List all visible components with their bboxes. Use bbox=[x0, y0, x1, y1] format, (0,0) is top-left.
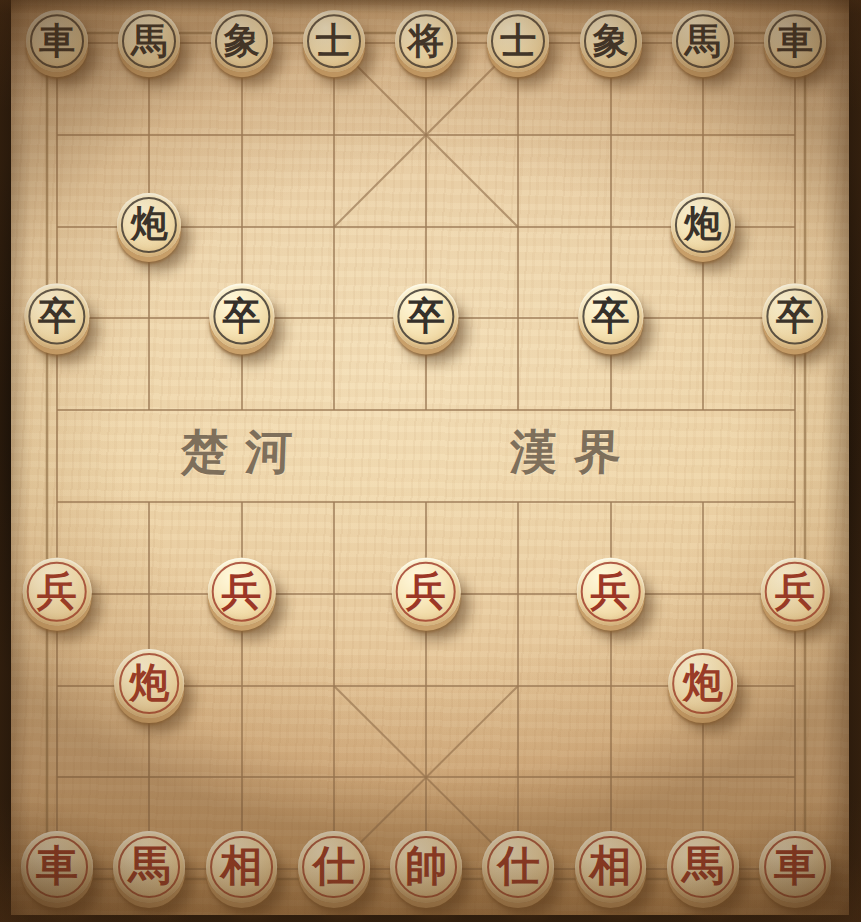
xiangqi-board-surface[interactable] bbox=[11, 0, 849, 915]
piece-red-soldier[interactable]: 兵 bbox=[207, 557, 276, 626]
screen: 楚河 漢界 車馬象士将士象馬車炮炮卒卒卒卒卒兵兵兵兵兵炮炮車馬相仕帥仕相馬車 bbox=[0, 0, 861, 922]
black-piece-glyph: 馬 bbox=[685, 22, 721, 58]
black-piece-glyph: 馬 bbox=[131, 22, 167, 58]
piece-red-advisor[interactable]: 仕 bbox=[298, 831, 370, 903]
piece-black-advisor[interactable]: 士 bbox=[487, 10, 549, 72]
red-piece-glyph: 仕 bbox=[313, 845, 355, 887]
piece-black-horse[interactable]: 馬 bbox=[672, 10, 734, 72]
red-piece-glyph: 兵 bbox=[222, 571, 262, 611]
black-piece-glyph: 卒 bbox=[776, 297, 814, 335]
piece-black-chariot[interactable]: 車 bbox=[26, 10, 88, 72]
piece-red-cannon[interactable]: 炮 bbox=[114, 649, 184, 719]
piece-red-advisor[interactable]: 仕 bbox=[482, 831, 554, 903]
black-piece-glyph: 卒 bbox=[407, 297, 445, 335]
piece-red-elephant[interactable]: 相 bbox=[206, 831, 278, 903]
red-piece-glyph: 仕 bbox=[497, 845, 539, 887]
black-piece-glyph: 士 bbox=[316, 22, 352, 58]
black-piece-glyph: 象 bbox=[224, 22, 260, 58]
black-piece-glyph: 士 bbox=[500, 22, 536, 58]
red-piece-glyph: 馬 bbox=[682, 845, 724, 887]
piece-red-horse[interactable]: 馬 bbox=[113, 831, 185, 903]
piece-red-general[interactable]: 帥 bbox=[390, 831, 462, 903]
black-piece-glyph: 炮 bbox=[684, 205, 721, 242]
piece-red-horse[interactable]: 馬 bbox=[667, 831, 739, 903]
red-piece-glyph: 相 bbox=[589, 845, 631, 887]
red-piece-glyph: 炮 bbox=[129, 663, 169, 703]
black-piece-glyph: 象 bbox=[593, 22, 629, 58]
piece-black-cannon[interactable]: 炮 bbox=[671, 193, 735, 257]
piece-black-advisor[interactable]: 士 bbox=[303, 10, 365, 72]
red-piece-glyph: 相 bbox=[220, 845, 262, 887]
black-piece-glyph: 炮 bbox=[131, 205, 168, 242]
piece-red-chariot[interactable]: 車 bbox=[759, 831, 831, 903]
piece-black-chariot[interactable]: 車 bbox=[764, 10, 826, 72]
piece-red-soldier[interactable]: 兵 bbox=[23, 557, 92, 626]
piece-black-elephant[interactable]: 象 bbox=[580, 10, 642, 72]
red-piece-glyph: 車 bbox=[774, 845, 816, 887]
black-piece-glyph: 車 bbox=[777, 22, 813, 58]
wood-grain-texture bbox=[11, 0, 849, 915]
black-piece-glyph: 将 bbox=[408, 22, 444, 58]
piece-black-horse[interactable]: 馬 bbox=[118, 10, 180, 72]
piece-red-cannon[interactable]: 炮 bbox=[668, 649, 738, 719]
black-piece-glyph: 卒 bbox=[38, 297, 76, 335]
piece-red-chariot[interactable]: 車 bbox=[21, 831, 93, 903]
red-piece-glyph: 兵 bbox=[591, 571, 631, 611]
red-piece-glyph: 馬 bbox=[128, 845, 170, 887]
red-piece-glyph: 帥 bbox=[405, 845, 447, 887]
red-piece-glyph: 炮 bbox=[683, 663, 723, 703]
black-piece-glyph: 車 bbox=[39, 22, 75, 58]
red-piece-glyph: 兵 bbox=[775, 571, 815, 611]
black-piece-glyph: 卒 bbox=[591, 297, 629, 335]
piece-red-soldier[interactable]: 兵 bbox=[761, 557, 830, 626]
piece-black-cannon[interactable]: 炮 bbox=[117, 193, 181, 257]
piece-black-general[interactable]: 将 bbox=[395, 10, 457, 72]
red-piece-glyph: 兵 bbox=[37, 571, 77, 611]
piece-red-soldier[interactable]: 兵 bbox=[576, 557, 645, 626]
piece-red-soldier[interactable]: 兵 bbox=[392, 557, 461, 626]
piece-black-elephant[interactable]: 象 bbox=[211, 10, 273, 72]
piece-red-elephant[interactable]: 相 bbox=[575, 831, 647, 903]
red-piece-glyph: 車 bbox=[36, 845, 78, 887]
black-piece-glyph: 卒 bbox=[222, 297, 260, 335]
red-piece-glyph: 兵 bbox=[406, 571, 446, 611]
